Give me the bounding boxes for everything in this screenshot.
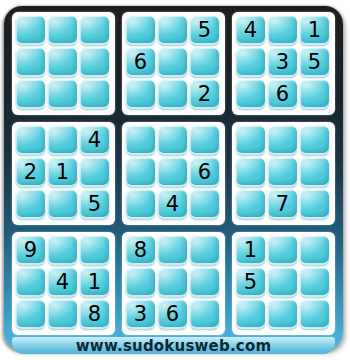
sudoku-block: 4215: [12, 122, 115, 225]
sudoku-cell-r8c7[interactable]: 5: [236, 268, 265, 297]
sudoku-cell-r7c8[interactable]: [268, 236, 297, 265]
sudoku-cell-r9c7[interactable]: [236, 300, 265, 329]
sudoku-cell-r1c8[interactable]: [268, 16, 297, 45]
sudoku-cell-r2c4[interactable]: 6: [126, 48, 155, 77]
sudoku-cell-r3c8[interactable]: 6: [268, 80, 297, 109]
sudoku-cell-r1c1[interactable]: [16, 16, 45, 45]
sudoku-cell-r2c8[interactable]: 3: [268, 48, 297, 77]
sudoku-block: 64: [122, 122, 225, 225]
sudoku-cell-r8c8[interactable]: [268, 268, 297, 297]
sudoku-cell-r7c6[interactable]: [190, 236, 219, 265]
sudoku-cell-r2c2[interactable]: [48, 48, 77, 77]
sudoku-cell-r8c3[interactable]: 1: [80, 268, 109, 297]
sudoku-block: 9418: [12, 232, 115, 335]
sudoku-cell-r1c5[interactable]: [158, 16, 187, 45]
sudoku-cell-r1c4[interactable]: [126, 16, 155, 45]
sudoku-cell-r5c7[interactable]: [236, 158, 265, 187]
sudoku-cell-r1c6[interactable]: 5: [190, 16, 219, 45]
sudoku-cell-r4c4[interactable]: [126, 126, 155, 155]
sudoku-cell-r1c9[interactable]: 1: [300, 16, 329, 45]
sudoku-cell-r2c6[interactable]: [190, 48, 219, 77]
sudoku-cell-r6c8[interactable]: 7: [268, 190, 297, 219]
sudoku-cell-r6c3[interactable]: 5: [80, 190, 109, 219]
sudoku-board-frame: 562413564215647941883615 www.sudokusweb.…: [4, 6, 343, 350]
sudoku-cell-r3c9[interactable]: [300, 80, 329, 109]
sudoku-block: 836: [122, 232, 225, 335]
sudoku-cell-r1c7[interactable]: 4: [236, 16, 265, 45]
sudoku-cell-r6c2[interactable]: [48, 190, 77, 219]
sudoku-cell-r4c6[interactable]: [190, 126, 219, 155]
sudoku-block: 15: [232, 232, 335, 335]
sudoku-cell-r3c1[interactable]: [16, 80, 45, 109]
sudoku-cell-r5c2[interactable]: 1: [48, 158, 77, 187]
sudoku-cell-r9c3[interactable]: 8: [80, 300, 109, 329]
sudoku-cell-r2c3[interactable]: [80, 48, 109, 77]
sudoku-cell-r8c9[interactable]: [300, 268, 329, 297]
sudoku-cell-r4c5[interactable]: [158, 126, 187, 155]
sudoku-cell-r9c2[interactable]: [48, 300, 77, 329]
sudoku-cell-r1c3[interactable]: [80, 16, 109, 45]
sudoku-cell-r7c5[interactable]: [158, 236, 187, 265]
sudoku-cell-r5c5[interactable]: [158, 158, 187, 187]
sudoku-cell-r4c2[interactable]: [48, 126, 77, 155]
sudoku-grid: 562413564215647941883615: [12, 12, 335, 335]
sudoku-cell-r9c9[interactable]: [300, 300, 329, 329]
sudoku-block: 41356: [232, 12, 335, 115]
sudoku-cell-r6c9[interactable]: [300, 190, 329, 219]
sudoku-cell-r5c1[interactable]: 2: [16, 158, 45, 187]
sudoku-cell-r7c2[interactable]: [48, 236, 77, 265]
website-link[interactable]: www.sudokusweb.com: [76, 337, 271, 355]
sudoku-cell-r4c9[interactable]: [300, 126, 329, 155]
sudoku-cell-r3c6[interactable]: 2: [190, 80, 219, 109]
sudoku-cell-r9c8[interactable]: [268, 300, 297, 329]
sudoku-cell-r3c3[interactable]: [80, 80, 109, 109]
sudoku-cell-r3c2[interactable]: [48, 80, 77, 109]
sudoku-cell-r8c1[interactable]: [16, 268, 45, 297]
sudoku-cell-r8c4[interactable]: [126, 268, 155, 297]
sudoku-cell-r2c9[interactable]: 5: [300, 48, 329, 77]
sudoku-cell-r8c5[interactable]: [158, 268, 187, 297]
sudoku-cell-r4c8[interactable]: [268, 126, 297, 155]
sudoku-cell-r7c9[interactable]: [300, 236, 329, 265]
sudoku-cell-r2c5[interactable]: [158, 48, 187, 77]
sudoku-cell-r3c4[interactable]: [126, 80, 155, 109]
sudoku-cell-r9c6[interactable]: [190, 300, 219, 329]
sudoku-cell-r4c7[interactable]: [236, 126, 265, 155]
sudoku-cell-r8c2[interactable]: 4: [48, 268, 77, 297]
sudoku-cell-r7c4[interactable]: 8: [126, 236, 155, 265]
sudoku-cell-r9c4[interactable]: 3: [126, 300, 155, 329]
sudoku-cell-r5c4[interactable]: [126, 158, 155, 187]
sudoku-cell-r5c3[interactable]: [80, 158, 109, 187]
sudoku-cell-r6c4[interactable]: [126, 190, 155, 219]
sudoku-cell-r6c7[interactable]: [236, 190, 265, 219]
sudoku-cell-r6c5[interactable]: 4: [158, 190, 187, 219]
sudoku-block: 562: [122, 12, 225, 115]
sudoku-cell-r4c1[interactable]: [16, 126, 45, 155]
sudoku-cell-r1c2[interactable]: [48, 16, 77, 45]
sudoku-cell-r5c9[interactable]: [300, 158, 329, 187]
sudoku-block: 7: [232, 122, 335, 225]
sudoku-cell-r9c1[interactable]: [16, 300, 45, 329]
sudoku-cell-r7c3[interactable]: [80, 236, 109, 265]
sudoku-cell-r7c1[interactable]: 9: [16, 236, 45, 265]
sudoku-cell-r4c3[interactable]: 4: [80, 126, 109, 155]
sudoku-cell-r9c5[interactable]: 6: [158, 300, 187, 329]
sudoku-cell-r3c7[interactable]: [236, 80, 265, 109]
sudoku-cell-r6c6[interactable]: [190, 190, 219, 219]
sudoku-cell-r7c7[interactable]: 1: [236, 236, 265, 265]
sudoku-cell-r8c6[interactable]: [190, 268, 219, 297]
sudoku-cell-r2c1[interactable]: [16, 48, 45, 77]
sudoku-cell-r5c6[interactable]: 6: [190, 158, 219, 187]
sudoku-cell-r6c1[interactable]: [16, 190, 45, 219]
sudoku-block: [12, 12, 115, 115]
sudoku-cell-r2c7[interactable]: [236, 48, 265, 77]
sudoku-cell-r5c8[interactable]: [268, 158, 297, 187]
sudoku-cell-r3c5[interactable]: [158, 80, 187, 109]
footer-bar: www.sudokusweb.com: [12, 337, 335, 354]
